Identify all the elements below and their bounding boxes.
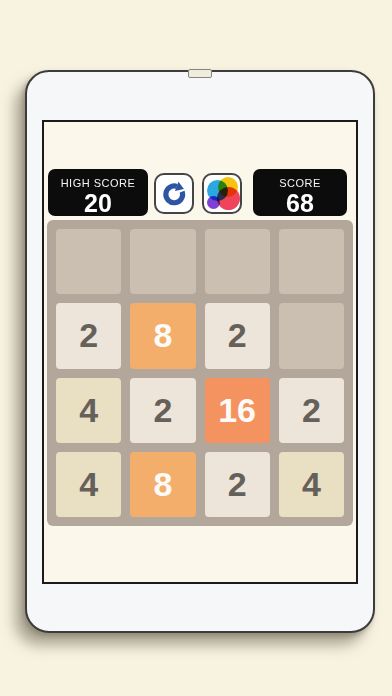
- tile-r1c2: [130, 229, 195, 294]
- game-center-button[interactable]: [202, 173, 242, 214]
- high-score-box: HIGH SCORE 20: [48, 169, 148, 216]
- refresh-icon: [158, 177, 190, 210]
- bubble-red: [217, 187, 240, 210]
- score-label: SCORE: [253, 177, 347, 189]
- game-center-bubbles-icon: [205, 176, 239, 211]
- screen: HIGH SCORE 20 SCORE 68 282421624824: [42, 120, 358, 584]
- tile-r4c3: 2: [205, 452, 270, 517]
- score-box: SCORE 68: [253, 169, 347, 216]
- tile-r2c3: 2: [205, 303, 270, 368]
- tile-r2c1: 2: [56, 303, 121, 368]
- tablet-frame: HIGH SCORE 20 SCORE 68 282421624824: [25, 70, 375, 633]
- tablet-top-button: [188, 69, 212, 78]
- tile-r3c2: 2: [130, 378, 195, 443]
- tile-r4c4: 4: [279, 452, 344, 517]
- tile-r2c4: [279, 303, 344, 368]
- high-score-value: 20: [48, 190, 148, 218]
- tile-r3c3: 16: [205, 378, 270, 443]
- bubble-purple: [207, 196, 220, 209]
- tile-r1c4: [279, 229, 344, 294]
- tile-r2c2: 8: [130, 303, 195, 368]
- tile-r4c1: 4: [56, 452, 121, 517]
- tile-r3c4: 2: [279, 378, 344, 443]
- tile-r1c1: [56, 229, 121, 294]
- score-value: 68: [253, 190, 347, 218]
- board[interactable]: 282421624824: [47, 220, 353, 526]
- tile-r3c1: 4: [56, 378, 121, 443]
- tile-r1c3: [205, 229, 270, 294]
- restart-button[interactable]: [154, 173, 194, 214]
- high-score-label: HIGH SCORE: [48, 177, 148, 189]
- tile-r4c2: 8: [130, 452, 195, 517]
